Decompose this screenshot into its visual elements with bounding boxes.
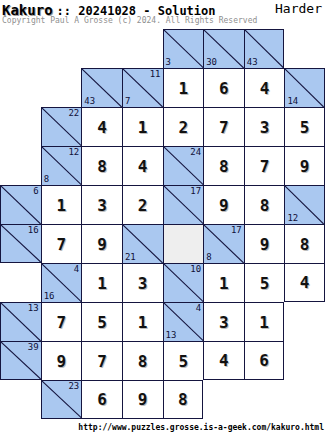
solution-cell-r6c5[interactable]: 1	[203, 263, 244, 302]
outside-cell	[0, 29, 41, 68]
solution-cell-r4c1[interactable]: 1	[41, 185, 82, 224]
clue-cell-r1c2: 43	[81, 68, 122, 107]
down-clue: 43	[84, 97, 95, 106]
down-clue: 3	[166, 58, 171, 67]
solution-cell-r3c2[interactable]: 8	[81, 146, 122, 185]
down-clue: 7	[125, 97, 130, 106]
clue-cell-r0c5: 30	[203, 29, 244, 68]
across-clue: 16	[28, 226, 39, 235]
solution-cell-r6c3[interactable]: 3	[122, 263, 163, 302]
clue-cell-r4c4: 17	[163, 185, 204, 224]
solution-cell-r7c2[interactable]: 5	[81, 302, 122, 341]
solution-cell-r8c3[interactable]: 8	[122, 341, 163, 380]
solution-cell-r7c6[interactable]: 1	[244, 302, 285, 341]
clue-cell-r4c7: 12	[284, 185, 325, 224]
outside-cell	[284, 29, 325, 68]
outside-cell	[284, 341, 325, 380]
clue-cell-r1c7: 14	[284, 68, 325, 107]
solution-cell-r7c5[interactable]: 3	[203, 302, 244, 341]
across-clue: 6	[33, 187, 38, 196]
solution-cell-r5c6[interactable]: 9	[244, 224, 285, 263]
outside-cell	[41, 29, 82, 68]
outside-cell	[122, 29, 163, 68]
solution-cell-r4c5[interactable]: 9	[203, 185, 244, 224]
solution-cell-r1c6[interactable]: 4	[244, 68, 285, 107]
difficulty-label: Harder	[275, 1, 322, 16]
clue-cell-r5c3: 21	[122, 224, 163, 263]
solution-cell-r3c5[interactable]: 8	[203, 146, 244, 185]
solution-cell-r5c1[interactable]: 7	[41, 224, 82, 263]
solution-cell-r8c4[interactable]: 5	[163, 341, 204, 380]
across-clue: 4	[196, 304, 201, 313]
clue-cell-r5c5: 178	[203, 224, 244, 263]
clue-cell-r4c0: 6	[0, 185, 41, 224]
across-clue: 22	[68, 109, 79, 118]
solution-cell-r2c3[interactable]: 1	[122, 107, 163, 146]
solution-cell-r5c7[interactable]: 8	[284, 224, 325, 263]
outside-cell	[0, 146, 41, 185]
solution-cell-r6c6[interactable]: 5	[244, 263, 285, 302]
clue-cell-r5c0: 16	[0, 224, 41, 263]
down-clue: 16	[44, 292, 55, 301]
solution-cell-r4c3[interactable]: 2	[122, 185, 163, 224]
solution-cell-r3c7[interactable]: 9	[284, 146, 325, 185]
outside-cell	[0, 380, 41, 419]
outside-cell	[244, 380, 285, 419]
clue-cell-r6c1: 416	[41, 263, 82, 302]
solution-cell-r8c1[interactable]: 9	[41, 341, 82, 380]
across-clue: 10	[190, 265, 201, 274]
outside-cell	[284, 302, 325, 341]
outside-cell	[203, 380, 244, 419]
solution-cell-r1c4[interactable]: 1	[163, 68, 204, 107]
solution-cell-r2c6[interactable]: 3	[244, 107, 285, 146]
solution-cell-r2c2[interactable]: 4	[81, 107, 122, 146]
clue-cell-r2c1: 22	[41, 107, 82, 146]
solution-cell-r2c5[interactable]: 7	[203, 107, 244, 146]
solution-cell-r9c4[interactable]: 8	[163, 380, 204, 419]
clue-cell-r0c4: 3	[163, 29, 204, 68]
across-clue: 12	[68, 148, 79, 157]
solution-cell-r8c2[interactable]: 7	[81, 341, 122, 380]
across-clue: 24	[190, 148, 201, 157]
clue-cell-r8c0: 39	[0, 341, 41, 380]
solution-cell-r6c2[interactable]: 1	[81, 263, 122, 302]
across-clue: 17	[231, 226, 242, 235]
solution-cell-r7c1[interactable]: 7	[41, 302, 82, 341]
clue-cell-r3c1: 128	[41, 146, 82, 185]
down-clue: 12	[287, 214, 298, 223]
solution-cell-r2c7[interactable]: 5	[284, 107, 325, 146]
solution-cell-r8c6[interactable]: 6	[244, 341, 285, 380]
solution-cell-r2c4[interactable]: 2	[163, 107, 204, 146]
down-clue: 30	[206, 58, 217, 67]
across-clue: 17	[190, 187, 201, 196]
outside-cell	[0, 107, 41, 146]
outside-cell	[41, 68, 82, 107]
clue-cell-r9c1: 23	[41, 380, 82, 419]
clue-cell-r3c4: 24	[163, 146, 204, 185]
clue-cell-r0c6: 43	[244, 29, 285, 68]
solution-cell-r9c3[interactable]: 9	[122, 380, 163, 419]
down-clue: 13	[166, 331, 177, 340]
clue-cell-r7c4: 413	[163, 302, 204, 341]
clue-cell-r6c4: 10	[163, 263, 204, 302]
solution-cell-r3c3[interactable]: 4	[122, 146, 163, 185]
outside-cell	[0, 68, 41, 107]
solution-cell-r4c2[interactable]: 3	[81, 185, 122, 224]
outside-cell	[81, 29, 122, 68]
across-clue: 11	[150, 70, 161, 79]
solution-cell-r9c2[interactable]: 6	[81, 380, 122, 419]
down-clue: 8	[206, 253, 211, 262]
down-clue: 14	[287, 97, 298, 106]
outside-cell	[284, 380, 325, 419]
solution-cell-r4c6[interactable]: 8	[244, 185, 285, 224]
across-clue: 39	[28, 343, 39, 352]
across-clue: 13	[28, 304, 39, 313]
down-clue: 8	[44, 175, 49, 184]
down-clue: 21	[125, 253, 136, 262]
clue-cell-r7c0: 13	[0, 302, 41, 341]
down-clue: 43	[247, 58, 258, 67]
outside-cell	[0, 263, 41, 302]
solution-cell-r3c6[interactable]: 7	[244, 146, 285, 185]
solution-cell-r7c3[interactable]: 1	[122, 302, 163, 341]
solution-cell-r6c7[interactable]: 4	[284, 263, 325, 302]
solution-cell-r1c5[interactable]: 6	[203, 68, 244, 107]
site-url: http://www.puzzles.grosse.is-a-geek.com/…	[78, 423, 324, 432]
across-clue: 4	[74, 265, 79, 274]
across-clue: 23	[68, 382, 79, 391]
clue-cell-r1c3: 117	[122, 68, 163, 107]
solution-cell-r5c2[interactable]: 9	[81, 224, 122, 263]
blocked-cell-r5c4	[163, 224, 204, 263]
solution-cell-r8c5[interactable]: 4	[203, 341, 244, 380]
kakuro-grid: 3304343117164142241273512884248796132179…	[0, 29, 325, 419]
copyright-text: Copyright Paul A Grosse (c) 2024. All Ri…	[2, 16, 257, 25]
